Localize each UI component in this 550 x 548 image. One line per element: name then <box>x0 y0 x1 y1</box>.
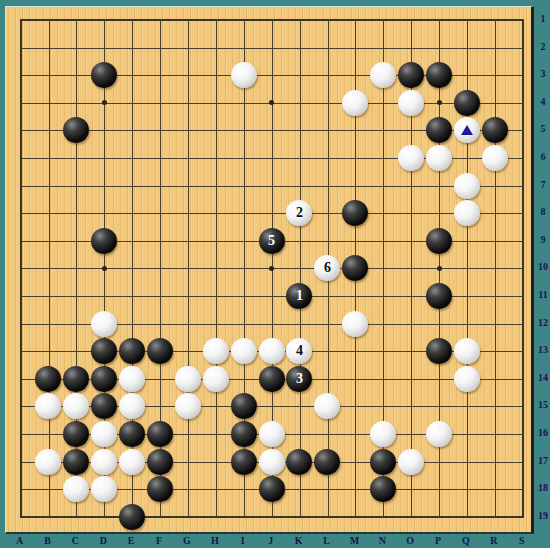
intersection-R17[interactable] <box>481 448 509 476</box>
intersection-B15[interactable] <box>35 393 63 421</box>
intersection-Q4[interactable] <box>453 89 481 117</box>
intersection-O12[interactable] <box>397 310 425 338</box>
intersection-L1[interactable] <box>313 6 341 34</box>
intersection-G3[interactable] <box>174 61 202 89</box>
intersection-N1[interactable] <box>369 6 397 34</box>
intersection-A11[interactable] <box>7 282 35 310</box>
intersection-O6[interactable] <box>397 144 425 172</box>
intersection-A5[interactable] <box>7 117 35 145</box>
intersection-J16[interactable] <box>258 420 286 448</box>
intersection-C13[interactable] <box>62 337 90 365</box>
intersection-B5[interactable] <box>35 117 63 145</box>
intersection-F4[interactable] <box>146 89 174 117</box>
intersection-F1[interactable] <box>146 6 174 34</box>
intersection-P15[interactable] <box>425 393 453 421</box>
intersection-N10[interactable] <box>369 255 397 283</box>
intersection-O9[interactable] <box>397 227 425 255</box>
intersection-B19[interactable] <box>35 503 63 531</box>
intersection-N7[interactable] <box>369 172 397 200</box>
intersection-J7[interactable] <box>258 172 286 200</box>
intersection-O15[interactable] <box>397 393 425 421</box>
intersection-N15[interactable] <box>369 393 397 421</box>
intersection-E11[interactable] <box>118 282 146 310</box>
intersection-R11[interactable] <box>481 282 509 310</box>
intersection-N8[interactable] <box>369 199 397 227</box>
intersection-I14[interactable] <box>230 365 258 393</box>
intersection-M8[interactable] <box>341 199 369 227</box>
intersection-C14[interactable] <box>62 365 90 393</box>
intersection-H16[interactable] <box>202 420 230 448</box>
intersection-S5[interactable] <box>509 117 537 145</box>
intersection-N11[interactable] <box>369 282 397 310</box>
intersection-E1[interactable] <box>118 6 146 34</box>
intersection-N2[interactable] <box>369 34 397 62</box>
intersection-Q15[interactable] <box>453 393 481 421</box>
intersection-O16[interactable] <box>397 420 425 448</box>
intersection-P2[interactable] <box>425 34 453 62</box>
intersection-Q18[interactable] <box>453 475 481 503</box>
intersection-C7[interactable] <box>62 172 90 200</box>
intersection-Q3[interactable] <box>453 61 481 89</box>
intersection-P9[interactable] <box>425 227 453 255</box>
intersection-H12[interactable] <box>202 310 230 338</box>
intersection-F6[interactable] <box>146 144 174 172</box>
intersection-H17[interactable] <box>202 448 230 476</box>
intersection-N6[interactable] <box>369 144 397 172</box>
intersection-Q19[interactable] <box>453 503 481 531</box>
intersection-A7[interactable] <box>7 172 35 200</box>
intersection-I15[interactable] <box>230 393 258 421</box>
intersection-J19[interactable] <box>258 503 286 531</box>
intersection-I10[interactable] <box>230 255 258 283</box>
intersection-Q11[interactable] <box>453 282 481 310</box>
intersection-M16[interactable] <box>341 420 369 448</box>
intersection-K3[interactable] <box>286 61 314 89</box>
intersection-R14[interactable] <box>481 365 509 393</box>
intersection-L19[interactable] <box>313 503 341 531</box>
intersection-G14[interactable] <box>174 365 202 393</box>
intersection-G6[interactable] <box>174 144 202 172</box>
intersection-R16[interactable] <box>481 420 509 448</box>
intersection-I7[interactable] <box>230 172 258 200</box>
intersection-C19[interactable] <box>62 503 90 531</box>
intersection-I3[interactable] <box>230 61 258 89</box>
intersection-K9[interactable] <box>286 227 314 255</box>
intersection-O11[interactable] <box>397 282 425 310</box>
intersection-P13[interactable] <box>425 337 453 365</box>
intersection-A16[interactable] <box>7 420 35 448</box>
intersection-H9[interactable] <box>202 227 230 255</box>
intersection-H13[interactable] <box>202 337 230 365</box>
intersection-B11[interactable] <box>35 282 63 310</box>
intersection-N4[interactable] <box>369 89 397 117</box>
intersection-B2[interactable] <box>35 34 63 62</box>
intersection-E12[interactable] <box>118 310 146 338</box>
intersection-O14[interactable] <box>397 365 425 393</box>
intersection-E6[interactable] <box>118 144 146 172</box>
intersection-O13[interactable] <box>397 337 425 365</box>
intersection-F10[interactable] <box>146 255 174 283</box>
intersection-A17[interactable] <box>7 448 35 476</box>
intersection-H2[interactable] <box>202 34 230 62</box>
intersection-M10[interactable] <box>341 255 369 283</box>
intersection-R8[interactable] <box>481 199 509 227</box>
intersection-L17[interactable] <box>313 448 341 476</box>
intersection-D13[interactable] <box>90 337 118 365</box>
intersection-E4[interactable] <box>118 89 146 117</box>
intersection-J10[interactable] <box>258 255 286 283</box>
intersection-D15[interactable] <box>90 393 118 421</box>
intersection-B16[interactable] <box>35 420 63 448</box>
intersection-M18[interactable] <box>341 475 369 503</box>
intersection-P10[interactable] <box>425 255 453 283</box>
intersection-G11[interactable] <box>174 282 202 310</box>
intersection-N9[interactable] <box>369 227 397 255</box>
intersection-H6[interactable] <box>202 144 230 172</box>
intersection-E15[interactable] <box>118 393 146 421</box>
intersection-P4[interactable] <box>425 89 453 117</box>
intersection-S10[interactable] <box>509 255 537 283</box>
intersection-B12[interactable] <box>35 310 63 338</box>
intersection-K14[interactable]: 3 <box>286 365 314 393</box>
intersection-M4[interactable] <box>341 89 369 117</box>
intersection-S17[interactable] <box>509 448 537 476</box>
intersection-O8[interactable] <box>397 199 425 227</box>
intersection-R15[interactable] <box>481 393 509 421</box>
intersection-C6[interactable] <box>62 144 90 172</box>
intersection-L4[interactable] <box>313 89 341 117</box>
intersection-K12[interactable] <box>286 310 314 338</box>
intersection-K2[interactable] <box>286 34 314 62</box>
intersection-D16[interactable] <box>90 420 118 448</box>
intersection-P8[interactable] <box>425 199 453 227</box>
intersection-E17[interactable] <box>118 448 146 476</box>
intersection-L8[interactable] <box>313 199 341 227</box>
intersection-L14[interactable] <box>313 365 341 393</box>
intersection-S9[interactable] <box>509 227 537 255</box>
intersection-G8[interactable] <box>174 199 202 227</box>
intersection-D4[interactable] <box>90 89 118 117</box>
intersection-M13[interactable] <box>341 337 369 365</box>
intersection-M15[interactable] <box>341 393 369 421</box>
intersection-K10[interactable] <box>286 255 314 283</box>
intersection-F12[interactable] <box>146 310 174 338</box>
intersection-P3[interactable] <box>425 61 453 89</box>
intersection-I6[interactable] <box>230 144 258 172</box>
intersection-C15[interactable] <box>62 393 90 421</box>
intersection-F14[interactable] <box>146 365 174 393</box>
intersection-K1[interactable] <box>286 6 314 34</box>
intersection-K4[interactable] <box>286 89 314 117</box>
intersection-D7[interactable] <box>90 172 118 200</box>
intersection-F8[interactable] <box>146 199 174 227</box>
intersection-H3[interactable] <box>202 61 230 89</box>
intersection-O2[interactable] <box>397 34 425 62</box>
intersection-O1[interactable] <box>397 6 425 34</box>
intersection-G15[interactable] <box>174 393 202 421</box>
intersection-K8[interactable]: 2 <box>286 199 314 227</box>
intersection-E5[interactable] <box>118 117 146 145</box>
intersection-L9[interactable] <box>313 227 341 255</box>
intersection-M1[interactable] <box>341 6 369 34</box>
intersection-N18[interactable] <box>369 475 397 503</box>
intersection-H5[interactable] <box>202 117 230 145</box>
intersection-E14[interactable] <box>118 365 146 393</box>
intersection-J18[interactable] <box>258 475 286 503</box>
intersection-I2[interactable] <box>230 34 258 62</box>
intersection-D18[interactable] <box>90 475 118 503</box>
intersection-C16[interactable] <box>62 420 90 448</box>
intersection-C12[interactable] <box>62 310 90 338</box>
intersection-R7[interactable] <box>481 172 509 200</box>
intersection-R10[interactable] <box>481 255 509 283</box>
intersection-I11[interactable] <box>230 282 258 310</box>
intersection-L2[interactable] <box>313 34 341 62</box>
intersection-I19[interactable] <box>230 503 258 531</box>
intersection-K11[interactable]: 1 <box>286 282 314 310</box>
intersection-S1[interactable] <box>509 6 537 34</box>
intersection-I8[interactable] <box>230 199 258 227</box>
intersection-P11[interactable] <box>425 282 453 310</box>
intersection-M3[interactable] <box>341 61 369 89</box>
intersection-F5[interactable] <box>146 117 174 145</box>
intersection-K16[interactable] <box>286 420 314 448</box>
intersection-E7[interactable] <box>118 172 146 200</box>
intersection-J17[interactable] <box>258 448 286 476</box>
intersection-L6[interactable] <box>313 144 341 172</box>
intersection-H14[interactable] <box>202 365 230 393</box>
intersection-G7[interactable] <box>174 172 202 200</box>
intersection-L18[interactable] <box>313 475 341 503</box>
intersection-C18[interactable] <box>62 475 90 503</box>
intersection-R6[interactable] <box>481 144 509 172</box>
intersection-H15[interactable] <box>202 393 230 421</box>
intersection-A10[interactable] <box>7 255 35 283</box>
intersection-Q7[interactable] <box>453 172 481 200</box>
intersection-R5[interactable] <box>481 117 509 145</box>
intersection-C17[interactable] <box>62 448 90 476</box>
intersection-C3[interactable] <box>62 61 90 89</box>
intersection-J15[interactable] <box>258 393 286 421</box>
intersection-B8[interactable] <box>35 199 63 227</box>
intersection-S18[interactable] <box>509 475 537 503</box>
intersection-J2[interactable] <box>258 34 286 62</box>
intersection-H10[interactable] <box>202 255 230 283</box>
intersection-E2[interactable] <box>118 34 146 62</box>
intersection-A9[interactable] <box>7 227 35 255</box>
intersection-Q8[interactable] <box>453 199 481 227</box>
intersection-E13[interactable] <box>118 337 146 365</box>
intersection-F7[interactable] <box>146 172 174 200</box>
intersection-K17[interactable] <box>286 448 314 476</box>
intersection-A13[interactable] <box>7 337 35 365</box>
intersection-Q2[interactable] <box>453 34 481 62</box>
intersection-D5[interactable] <box>90 117 118 145</box>
intersection-P6[interactable] <box>425 144 453 172</box>
intersection-L5[interactable] <box>313 117 341 145</box>
intersection-H19[interactable] <box>202 503 230 531</box>
intersection-L13[interactable] <box>313 337 341 365</box>
intersection-F16[interactable] <box>146 420 174 448</box>
intersection-O18[interactable] <box>397 475 425 503</box>
intersection-H18[interactable] <box>202 475 230 503</box>
intersection-N5[interactable] <box>369 117 397 145</box>
intersection-G1[interactable] <box>174 6 202 34</box>
intersection-E10[interactable] <box>118 255 146 283</box>
intersection-G10[interactable] <box>174 255 202 283</box>
intersection-D19[interactable] <box>90 503 118 531</box>
intersection-A6[interactable] <box>7 144 35 172</box>
intersection-A18[interactable] <box>7 475 35 503</box>
intersection-I5[interactable] <box>230 117 258 145</box>
intersection-J14[interactable] <box>258 365 286 393</box>
intersection-E18[interactable] <box>118 475 146 503</box>
intersection-S15[interactable] <box>509 393 537 421</box>
intersection-O4[interactable] <box>397 89 425 117</box>
intersection-I4[interactable] <box>230 89 258 117</box>
intersection-M14[interactable] <box>341 365 369 393</box>
intersection-K18[interactable] <box>286 475 314 503</box>
intersection-B13[interactable] <box>35 337 63 365</box>
intersection-D17[interactable] <box>90 448 118 476</box>
intersection-C10[interactable] <box>62 255 90 283</box>
intersection-D6[interactable] <box>90 144 118 172</box>
intersection-E16[interactable] <box>118 420 146 448</box>
intersection-C11[interactable] <box>62 282 90 310</box>
intersection-G2[interactable] <box>174 34 202 62</box>
intersection-S12[interactable] <box>509 310 537 338</box>
intersection-E8[interactable] <box>118 199 146 227</box>
intersection-D3[interactable] <box>90 61 118 89</box>
intersection-I17[interactable] <box>230 448 258 476</box>
intersection-J6[interactable] <box>258 144 286 172</box>
intersection-B1[interactable] <box>35 6 63 34</box>
intersection-D2[interactable] <box>90 34 118 62</box>
intersection-O17[interactable] <box>397 448 425 476</box>
intersection-B10[interactable] <box>35 255 63 283</box>
intersection-M7[interactable] <box>341 172 369 200</box>
intersection-J1[interactable] <box>258 6 286 34</box>
intersection-S8[interactable] <box>509 199 537 227</box>
intersection-P14[interactable] <box>425 365 453 393</box>
intersection-E19[interactable] <box>118 503 146 531</box>
intersection-G19[interactable] <box>174 503 202 531</box>
intersection-M9[interactable] <box>341 227 369 255</box>
intersection-I13[interactable] <box>230 337 258 365</box>
intersection-Q16[interactable] <box>453 420 481 448</box>
intersection-D14[interactable] <box>90 365 118 393</box>
intersection-R12[interactable] <box>481 310 509 338</box>
intersection-D9[interactable] <box>90 227 118 255</box>
intersection-K15[interactable] <box>286 393 314 421</box>
intersection-A1[interactable] <box>7 6 35 34</box>
intersection-M5[interactable] <box>341 117 369 145</box>
intersection-F3[interactable] <box>146 61 174 89</box>
intersection-F19[interactable] <box>146 503 174 531</box>
intersection-A15[interactable] <box>7 393 35 421</box>
intersection-N12[interactable] <box>369 310 397 338</box>
intersection-Q14[interactable] <box>453 365 481 393</box>
intersection-B18[interactable] <box>35 475 63 503</box>
intersection-S14[interactable] <box>509 365 537 393</box>
intersection-N3[interactable] <box>369 61 397 89</box>
intersection-K13[interactable]: 4 <box>286 337 314 365</box>
intersection-F11[interactable] <box>146 282 174 310</box>
intersection-F13[interactable] <box>146 337 174 365</box>
intersection-I18[interactable] <box>230 475 258 503</box>
intersection-N16[interactable] <box>369 420 397 448</box>
intersection-S6[interactable] <box>509 144 537 172</box>
intersection-B14[interactable] <box>35 365 63 393</box>
intersection-C1[interactable] <box>62 6 90 34</box>
intersection-G13[interactable] <box>174 337 202 365</box>
intersection-M17[interactable] <box>341 448 369 476</box>
intersection-S11[interactable] <box>509 282 537 310</box>
intersection-P16[interactable] <box>425 420 453 448</box>
intersection-B3[interactable] <box>35 61 63 89</box>
intersection-R4[interactable] <box>481 89 509 117</box>
intersection-M19[interactable] <box>341 503 369 531</box>
intersection-J13[interactable] <box>258 337 286 365</box>
intersection-I9[interactable] <box>230 227 258 255</box>
intersection-S16[interactable] <box>509 420 537 448</box>
intersection-B6[interactable] <box>35 144 63 172</box>
intersection-J12[interactable] <box>258 310 286 338</box>
intersection-P7[interactable] <box>425 172 453 200</box>
intersection-C5[interactable] <box>62 117 90 145</box>
intersection-B7[interactable] <box>35 172 63 200</box>
intersection-O3[interactable] <box>397 61 425 89</box>
intersection-R18[interactable] <box>481 475 509 503</box>
intersection-Q6[interactable] <box>453 144 481 172</box>
intersection-E3[interactable] <box>118 61 146 89</box>
intersection-D12[interactable] <box>90 310 118 338</box>
intersection-A14[interactable] <box>7 365 35 393</box>
intersection-P12[interactable] <box>425 310 453 338</box>
intersection-E9[interactable] <box>118 227 146 255</box>
intersection-Q12[interactable] <box>453 310 481 338</box>
intersection-P1[interactable] <box>425 6 453 34</box>
intersection-M6[interactable] <box>341 144 369 172</box>
intersection-N14[interactable] <box>369 365 397 393</box>
intersection-H7[interactable] <box>202 172 230 200</box>
intersection-H1[interactable] <box>202 6 230 34</box>
intersection-C9[interactable] <box>62 227 90 255</box>
intersection-G9[interactable] <box>174 227 202 255</box>
intersection-H11[interactable] <box>202 282 230 310</box>
intersection-M11[interactable] <box>341 282 369 310</box>
intersection-H4[interactable] <box>202 89 230 117</box>
intersection-I12[interactable] <box>230 310 258 338</box>
intersection-S13[interactable] <box>509 337 537 365</box>
intersection-O7[interactable] <box>397 172 425 200</box>
intersection-C4[interactable] <box>62 89 90 117</box>
intersection-R2[interactable] <box>481 34 509 62</box>
intersection-G5[interactable] <box>174 117 202 145</box>
intersection-R13[interactable] <box>481 337 509 365</box>
intersection-P18[interactable] <box>425 475 453 503</box>
intersection-L16[interactable] <box>313 420 341 448</box>
intersection-B9[interactable] <box>35 227 63 255</box>
intersection-F2[interactable] <box>146 34 174 62</box>
intersection-A4[interactable] <box>7 89 35 117</box>
intersection-A8[interactable] <box>7 199 35 227</box>
intersection-A19[interactable] <box>7 503 35 531</box>
intersection-K6[interactable] <box>286 144 314 172</box>
intersection-I16[interactable] <box>230 420 258 448</box>
intersection-S3[interactable] <box>509 61 537 89</box>
intersection-R19[interactable] <box>481 503 509 531</box>
